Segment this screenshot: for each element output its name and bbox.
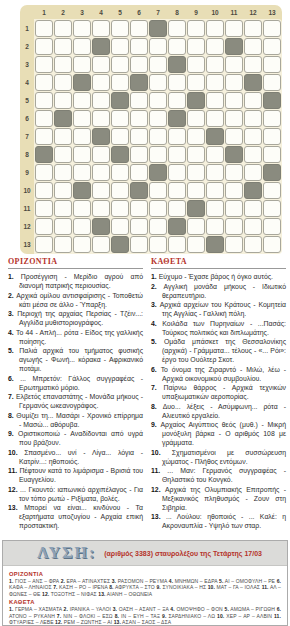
- black-cell-r4c3: [73, 74, 91, 91]
- cell-r12c2[interactable]: [54, 218, 72, 235]
- solution-down-header: ΚΑΘΕΤΑ: [9, 599, 281, 605]
- black-cell-r5c9: [187, 92, 205, 109]
- cell-r8c7[interactable]: [149, 146, 167, 163]
- cell-r1c12[interactable]: [244, 20, 262, 37]
- clue-text: Ελβετός επαναστάτης - Μονάδα μήκους - Γε…: [16, 393, 143, 409]
- clue-text: Εύχυμο - Έχασε βάρος ή όγκο αυτός.: [159, 273, 273, 280]
- clue-number: 11.: [151, 467, 167, 474]
- cell-r4c2[interactable]: [54, 74, 72, 91]
- cell-r10c4[interactable]: [92, 182, 110, 199]
- cell-r5c10[interactable]: [206, 92, 224, 109]
- black-cell-r2c11: [225, 38, 243, 55]
- clue-number: 7.: [8, 393, 16, 400]
- clue-text: Σχηματισμένοι με συσσώρευση χώματος - Πλ…: [162, 449, 286, 465]
- clue-text: Αρχικά αρχείων του Κράτους - Κομητεία τη…: [160, 301, 286, 317]
- cell-r2c7[interactable]: [149, 38, 167, 55]
- cell-r1c3[interactable]: [73, 20, 91, 37]
- cell-r6c1[interactable]: [35, 110, 53, 127]
- cell-r2c3[interactable]: [73, 38, 91, 55]
- cell-r3c3[interactable]: [73, 56, 91, 73]
- black-cell-r13c5: [111, 236, 129, 253]
- grid-cells: [34, 19, 282, 254]
- cell-r13c13[interactable]: [263, 236, 281, 253]
- across-column: ΟΡΙΖΟΝΤΙΑ 1. Προσέγγιση - Μερίδιο αγρού …: [8, 257, 143, 537]
- row-label-11: 11: [20, 200, 34, 217]
- col-label-6: 6: [130, 5, 148, 19]
- black-cell-r10c12: [244, 182, 262, 199]
- solution-subtitle: (αριθμός 3383) σταυρολέξου της Τετάρτης …: [104, 550, 262, 557]
- cell-r7c7[interactable]: [149, 128, 167, 145]
- cell-r12c6[interactable]: [130, 218, 148, 235]
- cell-r9c6[interactable]: [130, 164, 148, 181]
- down-clue-5: 5. Ομάδα μπάσκετ της Θεσσαλονίκης (αρχικ…: [151, 337, 286, 364]
- cell-r4c1[interactable]: [35, 74, 53, 91]
- clue-text: Προσέγγιση - Μερίδιο αγρού από διανομή π…: [19, 273, 143, 289]
- cell-r2c2[interactable]: [54, 38, 72, 55]
- black-cell-r8c11: [225, 146, 243, 163]
- cell-r5c12[interactable]: [244, 92, 262, 109]
- cell-r5c1[interactable]: [35, 92, 53, 109]
- across-clue-1: 1. Προσέγγιση - Μερίδιο αγρού από διανομ…: [8, 272, 143, 290]
- row-label-13: 13: [20, 236, 34, 253]
- cell-r6c10[interactable]: [206, 110, 224, 127]
- cell-r8c10[interactable]: [206, 146, 224, 163]
- down-header: ΚΑΘΕΤΑ: [151, 257, 286, 269]
- clue-number: 2.: [8, 292, 16, 299]
- cell-r12c7[interactable]: [149, 218, 167, 235]
- cell-r11c2[interactable]: [54, 200, 72, 217]
- cell-r3c13[interactable]: [263, 56, 281, 73]
- col-label-4: 4: [92, 5, 110, 19]
- cell-r12c9[interactable]: [187, 218, 205, 235]
- cell-r7c6[interactable]: [130, 128, 148, 145]
- cell-r3c9[interactable]: [187, 56, 205, 73]
- cell-r4c7[interactable]: [149, 74, 167, 91]
- cell-r9c1[interactable]: [35, 164, 53, 181]
- cell-r9c10[interactable]: [206, 164, 224, 181]
- across-clue-12: 12. ... Γκουντό: ιαπωνικό αρχιπέλαγος - …: [8, 485, 143, 503]
- cell-r8c6[interactable]: [130, 146, 148, 163]
- cell-r13c3[interactable]: [73, 236, 91, 253]
- cell-r13c6[interactable]: [130, 236, 148, 253]
- col-label-13: 13: [263, 5, 281, 19]
- row-label-9: 9: [20, 164, 34, 181]
- cell-r2c1[interactable]: [35, 38, 53, 55]
- cell-r11c13[interactable]: [263, 200, 281, 217]
- clue-text: Σπασμένο... υνί - Λίγα... λόγια - Κατρίν…: [19, 449, 143, 465]
- clue-number: 4.: [151, 320, 162, 327]
- cell-r11c12[interactable]: [244, 200, 262, 217]
- clue-text: ... Μπρετόν: Γάλλος συγγραφέας - Ερωτημα…: [19, 375, 143, 391]
- row-label-6: 6: [20, 110, 34, 127]
- cell-r12c10[interactable]: [206, 218, 224, 235]
- cell-r7c3[interactable]: [73, 128, 91, 145]
- clue-number: 8.: [151, 403, 163, 410]
- cell-r4c4[interactable]: [92, 74, 110, 91]
- black-cell-r4c12: [244, 74, 262, 91]
- cell-r6c13[interactable]: [263, 110, 281, 127]
- col-label-1: 1: [35, 5, 53, 19]
- clues-section: ΟΡΙΖΟΝΤΙΑ 1. Προσέγγιση - Μερίδιο αγρού …: [8, 257, 286, 537]
- clue-text: Αγγλική μονάδα μήκους - Ιδιωτικό θεραπευ…: [162, 283, 286, 299]
- cell-r8c2[interactable]: [54, 146, 72, 163]
- cell-r2c9[interactable]: [187, 38, 205, 55]
- across-clue-7: 7. Ελβετός επαναστάτης - Μονάδα μήκους -…: [8, 392, 143, 410]
- cell-r7c12[interactable]: [244, 128, 262, 145]
- solution-panel: ΛΥΣΗ: (αριθμός 3383) σταυρολέξου της Τετ…: [2, 540, 288, 626]
- cell-r11c11[interactable]: [225, 200, 243, 217]
- cell-r12c1[interactable]: [35, 218, 53, 235]
- clue-number: 11.: [8, 467, 20, 474]
- row-label-7: 7: [20, 128, 34, 145]
- row-labels: 12345678910111213: [20, 19, 34, 253]
- cell-r3c2[interactable]: [54, 56, 72, 73]
- black-cell-r6c2: [54, 110, 72, 127]
- cell-r9c11[interactable]: [225, 164, 243, 181]
- cell-r8c3[interactable]: [73, 146, 91, 163]
- cell-r7c2[interactable]: [54, 128, 72, 145]
- cell-r1c8[interactable]: [168, 20, 186, 37]
- cell-r1c1[interactable]: [35, 20, 53, 37]
- cell-r8c12[interactable]: [244, 146, 262, 163]
- cell-r11c3[interactable]: [73, 200, 91, 217]
- cell-r3c5[interactable]: [111, 56, 129, 73]
- cell-r4c9[interactable]: [187, 74, 205, 91]
- col-label-12: 12: [244, 5, 262, 19]
- black-cell-r3c8: [168, 56, 186, 73]
- cell-r7c11[interactable]: [225, 128, 243, 145]
- row-label-5: 5: [20, 92, 34, 109]
- clue-number: 3.: [8, 310, 17, 317]
- cell-r5c4[interactable]: [92, 92, 110, 109]
- cell-r1c4[interactable]: [92, 20, 110, 37]
- cell-r2c8[interactable]: [168, 38, 186, 55]
- black-cell-r9c7: [149, 164, 167, 181]
- solution-across-text: 1. ΓΙΟΣ – ΑΝΣ – ΦΡΑ 2. ΕΡΑ – ΑΤΙΝΑΧΤΕΣ 3…: [9, 578, 281, 597]
- clue-text: Ομάδα μπάσκετ της Θεσσαλονίκης (αρχικά) …: [162, 338, 286, 363]
- cell-r13c4[interactable]: [92, 236, 110, 253]
- cell-r1c13[interactable]: [263, 20, 281, 37]
- down-clue-7: 7. Παίρνω θάρρος - Αρχικά τεχνικών υπαξι…: [151, 383, 286, 401]
- cell-r4c10[interactable]: [206, 74, 224, 91]
- black-cell-r12c8: [168, 218, 186, 235]
- cell-r2c5[interactable]: [111, 38, 129, 55]
- solution-across-header: ΟΡΙΖΟΝΤΙΑ: [9, 571, 281, 577]
- clue-text: Κοιλάδα των Πυρηναίων - ...Πασάς: Τούρκο…: [162, 320, 286, 336]
- clue-text: ... Λούλου: ηθοποιός - ... Καλέ: η Ακρον…: [162, 513, 286, 529]
- across-clue-8: 8. Θυμίζει τη... Μασάρι - Χρονικό επίρρη…: [8, 411, 143, 429]
- clue-number: 5.: [8, 347, 19, 354]
- cell-r13c8[interactable]: [168, 236, 186, 253]
- cell-r13c2[interactable]: [54, 236, 72, 253]
- cell-r6c12[interactable]: [244, 110, 262, 127]
- down-clue-13: 13. ... Λούλου: ηθοποιός - ... Καλέ: η Α…: [151, 512, 286, 530]
- clue-text: Το 44 - Απλή... ρότα - Είδος της γαλλική…: [16, 329, 143, 345]
- clue-text: Αρχαίος Αιγύπτιος θεός (μυθ.) - Μικρή μο…: [161, 421, 286, 446]
- cell-r9c8[interactable]: [168, 164, 186, 181]
- across-clue-6: 6. ... Μπρετόν: Γάλλος συγγραφέας - Ερωτ…: [8, 374, 143, 392]
- clue-number: 13.: [151, 513, 166, 520]
- clue-text: ... Γκουντό: ιαπωνικό αρχιπέλαγος - Για …: [19, 486, 143, 502]
- cell-r12c11[interactable]: [225, 218, 243, 235]
- cell-r5c2[interactable]: [54, 92, 72, 109]
- across-clue-9: 9. Οριστικοποιώ - Αναδίδονται από υγρά π…: [8, 429, 143, 447]
- cell-r10c5[interactable]: [111, 182, 129, 199]
- clue-number: 13.: [8, 504, 24, 511]
- cell-r3c12[interactable]: [244, 56, 262, 73]
- cell-r3c1[interactable]: [35, 56, 53, 73]
- clue-text: Πέφτουν κατά το λιμάρισμα - Βρισιά του Ε…: [19, 467, 143, 483]
- black-cell-r5c5: [111, 92, 129, 109]
- cell-r10c9[interactable]: [187, 182, 205, 199]
- cell-r7c9[interactable]: [187, 128, 205, 145]
- clue-number: 1.: [151, 273, 159, 280]
- cell-r8c4[interactable]: [92, 146, 110, 163]
- row-label-4: 4: [20, 74, 34, 91]
- row-label-1: 1: [20, 20, 34, 37]
- cell-r13c7[interactable]: [149, 236, 167, 253]
- col-label-7: 7: [149, 5, 167, 19]
- clue-text: Δυο... λέξεις - Ασύμφωνη... ρότα - Αλιευ…: [162, 403, 286, 419]
- clue-number: 2.: [151, 283, 164, 290]
- cell-r10c10[interactable]: [206, 182, 224, 199]
- clue-text: Οριστικοποιώ - Αναδίδονται από υγρά που …: [18, 430, 143, 446]
- down-clue-12: 12. Αρχικά της Ολυμπιακής Επιτροπής - Με…: [151, 485, 286, 512]
- down-column: ΚΑΘΕΤΑ 1. Εύχυμο - Έχασε βάρος ή όγκο αυ…: [151, 257, 286, 537]
- cell-r12c3[interactable]: [73, 218, 91, 235]
- cell-r12c12[interactable]: [244, 218, 262, 235]
- col-label-2: 2: [54, 5, 72, 19]
- cell-r1c6[interactable]: [130, 20, 148, 37]
- cell-r10c1[interactable]: [35, 182, 53, 199]
- black-cell-r10c6: [130, 182, 148, 199]
- clue-text: Παλιά αρχικά του τμήματος φυσικής αγωγής…: [19, 347, 143, 372]
- clue-text: Παίρνω θάρρος - Αρχικά τεχνικών υπαξιωμα…: [162, 384, 286, 400]
- clue-number: 9.: [8, 430, 18, 437]
- cell-r6c4[interactable]: [92, 110, 110, 127]
- clue-text: ... Μαν: Γερμανός συγγραφέας - Θηλαστικό…: [162, 467, 286, 483]
- cell-r9c4[interactable]: [92, 164, 110, 181]
- cell-r11c8[interactable]: [168, 200, 186, 217]
- cell-r1c2[interactable]: [54, 20, 72, 37]
- solution-header-bar: ΛΥΣΗ: (αριθμός 3383) σταυρολέξου της Τετ…: [3, 541, 287, 566]
- cell-r1c5[interactable]: [111, 20, 129, 37]
- cell-r5c8[interactable]: [168, 92, 186, 109]
- cell-r6c5[interactable]: [111, 110, 129, 127]
- cell-r4c8[interactable]: [168, 74, 186, 91]
- cell-r7c5[interactable]: [111, 128, 129, 145]
- cell-r5c3[interactable]: [73, 92, 91, 109]
- black-cell-r7c10: [206, 128, 224, 145]
- crossword-board: 12345678910111213 12345678910111213: [20, 5, 282, 254]
- down-clue-list: 1. Εύχυμο - Έχασε βάρος ή όγκο αυτός.2. …: [151, 272, 286, 530]
- clue-number: 4.: [8, 329, 16, 336]
- cell-r11c10[interactable]: [206, 200, 224, 217]
- cell-r7c13[interactable]: [263, 128, 281, 145]
- cell-r4c5[interactable]: [111, 74, 129, 91]
- across-clue-3: 3. Περιοχή της αρχαίας Περσίας - Τζέιν..…: [8, 309, 143, 327]
- black-cell-r2c4: [92, 38, 110, 55]
- cell-r6c6[interactable]: [130, 110, 148, 127]
- clue-number: 12.: [151, 486, 165, 493]
- clue-text: Θυμίζει τη... Μασάρι - Χρονικό επίρρημα …: [16, 412, 143, 428]
- crossword-page: { "game": "crossword (Greek newspaper στ…: [0, 0, 290, 626]
- cell-r13c11[interactable]: [225, 236, 243, 253]
- cell-r2c13[interactable]: [263, 38, 281, 55]
- clue-number: 6.: [151, 366, 161, 373]
- cell-r3c11[interactable]: [225, 56, 243, 73]
- cell-r4c11[interactable]: [225, 74, 243, 91]
- cell-r13c12[interactable]: [244, 236, 262, 253]
- cell-r3c6[interactable]: [130, 56, 148, 73]
- black-cell-r5c13: [263, 92, 281, 109]
- cell-r10c7[interactable]: [149, 182, 167, 199]
- cell-r11c4[interactable]: [92, 200, 110, 217]
- clue-number: 7.: [151, 384, 164, 391]
- cell-r4c13[interactable]: [263, 74, 281, 91]
- black-cell-r13c10: [206, 236, 224, 253]
- cell-r12c5[interactable]: [111, 218, 129, 235]
- cell-r5c7[interactable]: [149, 92, 167, 109]
- cell-r3c10[interactable]: [206, 56, 224, 73]
- cell-r8c9[interactable]: [187, 146, 205, 163]
- cell-r9c9[interactable]: [187, 164, 205, 181]
- cell-r2c10[interactable]: [206, 38, 224, 55]
- cell-r9c2[interactable]: [54, 164, 72, 181]
- cell-r10c8[interactable]: [168, 182, 186, 199]
- solution-title: ΛΥΣΗ:: [37, 544, 96, 562]
- cell-r13c1[interactable]: [35, 236, 53, 253]
- across-clue-2: 2. Αρχικά ομίλου αντισφαίρισης - Τοποθετ…: [8, 291, 143, 309]
- black-cell-r11c9: [187, 200, 205, 217]
- cell-r9c3[interactable]: [73, 164, 91, 181]
- cell-r5c11[interactable]: [225, 92, 243, 109]
- black-cell-r8c5: [111, 146, 129, 163]
- col-label-9: 9: [187, 5, 205, 19]
- cell-r3c7[interactable]: [149, 56, 167, 73]
- across-clue-5: 5. Παλιά αρχικά του τμήματος φυσικής αγω…: [8, 346, 143, 373]
- row-label-2: 2: [20, 38, 34, 55]
- solution-down-text: 1. ΓΕΡΜΑ – ΧΑΣΜΑΤΑ 2. ΙΡΑΝΙΚΑ – ΥΑΛΟΙ 3.…: [9, 606, 281, 625]
- black-cell-r1c7: [149, 20, 167, 37]
- clue-number: 10.: [151, 449, 172, 456]
- clue-text: Περιοχή της αρχαίας Περσίας - Τζέιν...: …: [17, 310, 143, 326]
- cell-r11c1[interactable]: [35, 200, 53, 217]
- down-clue-10: 10. Σχηματισμένοι με συσσώρευση χώματος …: [151, 448, 286, 466]
- col-label-11: 11: [225, 5, 243, 19]
- clue-text: Αρχικά της Ολυμπιακής Επιτροπής - Μεξικα…: [162, 486, 286, 511]
- row-label-12: 12: [20, 218, 34, 235]
- cell-r13c9[interactable]: [187, 236, 205, 253]
- cell-r1c11[interactable]: [225, 20, 243, 37]
- col-label-8: 8: [168, 5, 186, 19]
- across-clue-10: 10. Σπασμένο... υνί - Λίγα... λόγια - Κα…: [8, 448, 143, 466]
- cell-r12c13[interactable]: [263, 218, 281, 235]
- cell-r1c10[interactable]: [206, 20, 224, 37]
- clue-number: 10.: [8, 449, 24, 456]
- black-cell-r7c4: [92, 128, 110, 145]
- black-cell-r6c8: [168, 110, 186, 127]
- down-clue-2: 2. Αγγλική μονάδα μήκους - Ιδιωτικό θερα…: [151, 282, 286, 300]
- cell-r10c13[interactable]: [263, 182, 281, 199]
- down-clue-1: 1. Εύχυμο - Έχασε βάρος ή όγκο αυτός.: [151, 272, 286, 281]
- black-cell-r8c1: [35, 146, 53, 163]
- col-label-3: 3: [73, 5, 91, 19]
- cell-r10c11[interactable]: [225, 182, 243, 199]
- cell-r11c7[interactable]: [149, 200, 167, 217]
- clue-number: 3.: [151, 301, 160, 308]
- cell-r6c9[interactable]: [187, 110, 205, 127]
- cell-r2c12[interactable]: [244, 38, 262, 55]
- down-clue-4: 4. Κοιλάδα των Πυρηναίων - ...Πασάς: Τού…: [151, 319, 286, 337]
- cell-r10c2[interactable]: [54, 182, 72, 199]
- black-cell-r10c3: [73, 182, 91, 199]
- clue-text: Μπορεί να είναι... κινδύνου - Τα εξαρτήμ…: [19, 504, 143, 529]
- col-labels: 12345678910111213: [34, 5, 281, 19]
- down-clue-9: 9. Αρχαίος Αιγύπτιος θεός (μυθ.) - Μικρή…: [151, 420, 286, 447]
- cell-r7c1[interactable]: [35, 128, 53, 145]
- down-clue-8: 8. Δυο... λέξεις - Ασύμφωνη... ρότα - Αλ…: [151, 402, 286, 420]
- cell-r11c5[interactable]: [111, 200, 129, 217]
- cell-r6c3[interactable]: [73, 110, 91, 127]
- across-clue-13: 13. Μπορεί να είναι... κινδύνου - Τα εξα…: [8, 503, 143, 530]
- cell-r9c5[interactable]: [111, 164, 129, 181]
- black-cell-r12c4: [92, 218, 110, 235]
- col-label-10: 10: [206, 5, 224, 19]
- cell-r2c6[interactable]: [130, 38, 148, 55]
- row-label-3: 3: [20, 56, 34, 73]
- clue-number: 5.: [151, 338, 164, 345]
- cell-r7c8[interactable]: [168, 128, 186, 145]
- down-clue-3: 3. Αρχικά αρχείων του Κράτους - Κομητεία…: [151, 300, 286, 318]
- clue-text: Το όνομα της Ζιραρντό - Μιλώ, λέω - Αρχι…: [161, 366, 286, 382]
- clue-number: 12.: [8, 486, 20, 493]
- down-clue-11: 11. ... Μαν: Γερμανός συγγραφέας - Θηλασ…: [151, 466, 286, 484]
- cell-r9c12[interactable]: [244, 164, 262, 181]
- cell-r6c7[interactable]: [149, 110, 167, 127]
- black-cell-r4c6: [130, 74, 148, 91]
- cell-r5c6[interactable]: [130, 92, 148, 109]
- col-label-5: 5: [111, 5, 129, 19]
- cell-r1c9[interactable]: [187, 20, 205, 37]
- across-header: ΟΡΙΖΟΝΤΙΑ: [8, 257, 143, 269]
- clue-number: 6.: [8, 375, 20, 382]
- row-label-10: 10: [20, 182, 34, 199]
- cell-r11c6[interactable]: [130, 200, 148, 217]
- black-cell-r9c13: [263, 164, 281, 181]
- across-clue-list: 1. Προσέγγιση - Μερίδιο αγρού από διανομ…: [8, 272, 143, 530]
- clue-text: Αρχικά ομίλου αντισφαίρισης - Τοποθετώ κ…: [16, 292, 143, 308]
- cell-r8c13[interactable]: [263, 146, 281, 163]
- cell-r8c8[interactable]: [168, 146, 186, 163]
- across-clue-4: 4. Το 44 - Απλή... ρότα - Είδος της γαλλ…: [8, 328, 143, 346]
- down-clue-6: 6. Το όνομα της Ζιραρντό - Μιλώ, λέω - Α…: [151, 365, 286, 383]
- cell-r3c4[interactable]: [92, 56, 110, 73]
- cell-r6c11[interactable]: [225, 110, 243, 127]
- solution-body: ΟΡΙΖΟΝΤΙΑ 1. ΓΙΟΣ – ΑΝΣ – ΦΡΑ 2. ΕΡΑ – Α…: [3, 566, 287, 625]
- clue-number: 1.: [8, 273, 21, 280]
- row-label-8: 8: [20, 146, 34, 163]
- clue-number: 9.: [151, 421, 161, 428]
- across-clue-11: 11. Πέφτουν κατά το λιμάρισμα - Βρισιά τ…: [8, 466, 143, 484]
